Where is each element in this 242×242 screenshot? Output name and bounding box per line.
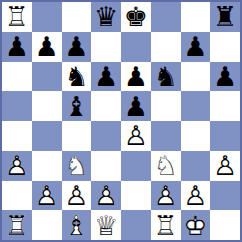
piece-black-pawn[interactable]: ♟ (181, 32, 211, 62)
white-bishop-icon: ♗ (62, 210, 92, 240)
white-knight-fill: ♞ (62, 151, 92, 181)
white-rook-fill: ♜ (151, 210, 181, 240)
square-a6[interactable] (2, 62, 32, 92)
black-rook-icon: ♜ (210, 2, 240, 32)
square-e2[interactable] (121, 181, 151, 211)
white-rook-icon: ♖ (2, 2, 32, 32)
piece-white-pawn[interactable]: ♟♙ (2, 151, 32, 181)
square-b3[interactable] (32, 151, 62, 181)
piece-white-pawn[interactable]: ♟♙ (62, 181, 92, 211)
piece-white-rook[interactable]: ♜♖ (151, 210, 181, 240)
black-pawn-icon: ♟ (91, 62, 121, 92)
square-g4[interactable] (181, 121, 211, 151)
square-d6[interactable]: ♟ (91, 62, 121, 92)
white-pawn-icon: ♙ (2, 151, 32, 181)
chess-board: ♜♖♛♚♜♟♟♟♟♞♟♟♞♟♝♟♟♙♟♙♞♘♞♘♟♙♟♙♟♙♟♙♟♙♟♙♜♖♝♗… (0, 0, 242, 242)
black-king-icon: ♚ (121, 2, 151, 32)
square-c4[interactable] (62, 121, 92, 151)
white-pawn-icon: ♙ (62, 181, 92, 211)
square-b7[interactable]: ♟ (32, 32, 62, 62)
piece-black-pawn[interactable]: ♟ (2, 32, 32, 62)
square-e4[interactable]: ♟♙ (121, 121, 151, 151)
white-rook-fill: ♜ (2, 2, 32, 32)
square-h4[interactable] (210, 121, 240, 151)
square-a2[interactable] (2, 181, 32, 211)
piece-black-pawn[interactable]: ♟ (121, 91, 151, 121)
square-b8[interactable] (32, 2, 62, 32)
black-pawn-icon: ♟ (32, 32, 62, 62)
black-pawn-icon: ♟ (121, 62, 151, 92)
square-a7[interactable]: ♟ (2, 32, 32, 62)
square-b4[interactable] (32, 121, 62, 151)
square-g5[interactable] (181, 91, 211, 121)
white-pawn-icon: ♙ (181, 181, 211, 211)
square-b6[interactable] (32, 62, 62, 92)
white-knight-icon: ♘ (62, 151, 92, 181)
square-c8[interactable] (62, 2, 92, 32)
square-e5[interactable]: ♟ (121, 91, 151, 121)
white-pawn-icon: ♙ (151, 181, 181, 211)
square-g3[interactable] (181, 151, 211, 181)
piece-black-queen[interactable]: ♛ (91, 2, 121, 32)
black-queen-icon: ♛ (91, 2, 121, 32)
white-king-icon: ♔ (181, 210, 211, 240)
square-c5[interactable]: ♝ (62, 91, 92, 121)
square-f6[interactable]: ♞ (151, 62, 181, 92)
white-pawn-fill: ♟ (32, 181, 62, 211)
white-pawn-fill: ♟ (181, 181, 211, 211)
black-pawn-icon: ♟ (2, 32, 32, 62)
white-pawn-fill: ♟ (210, 151, 240, 181)
piece-white-knight[interactable]: ♞♘ (151, 151, 181, 181)
square-d4[interactable] (91, 121, 121, 151)
square-e1[interactable] (121, 210, 151, 240)
piece-white-pawn[interactable]: ♟♙ (151, 181, 181, 211)
piece-black-knight[interactable]: ♞ (62, 62, 92, 92)
square-d7[interactable] (91, 32, 121, 62)
white-pawn-fill: ♟ (2, 151, 32, 181)
square-f3[interactable]: ♞♘ (151, 151, 181, 181)
black-pawn-icon: ♟ (121, 91, 151, 121)
piece-white-pawn[interactable]: ♟♙ (181, 181, 211, 211)
white-rook-icon: ♖ (151, 210, 181, 240)
white-pawn-icon: ♙ (210, 151, 240, 181)
square-f5[interactable] (151, 91, 181, 121)
square-c2[interactable]: ♟♙ (62, 181, 92, 211)
square-d2[interactable]: ♟♙ (91, 181, 121, 211)
white-pawn-fill: ♟ (121, 121, 151, 151)
square-g7[interactable]: ♟ (181, 32, 211, 62)
white-bishop-fill: ♝ (62, 210, 92, 240)
square-g1[interactable]: ♚♔ (181, 210, 211, 240)
square-b5[interactable] (32, 91, 62, 121)
piece-white-pawn[interactable]: ♟♙ (91, 181, 121, 211)
piece-white-pawn[interactable]: ♟♙ (121, 121, 151, 151)
black-pawn-icon: ♟ (181, 32, 211, 62)
piece-black-pawn[interactable]: ♟ (121, 62, 151, 92)
square-d8[interactable]: ♛ (91, 2, 121, 32)
square-g2[interactable]: ♟♙ (181, 181, 211, 211)
piece-white-bishop[interactable]: ♝♗ (62, 210, 92, 240)
square-h7[interactable] (210, 32, 240, 62)
black-pawn-icon: ♟ (210, 62, 240, 92)
square-g6[interactable] (181, 62, 211, 92)
white-rook-icon: ♖ (2, 210, 32, 240)
square-h5[interactable] (210, 91, 240, 121)
white-pawn-icon: ♙ (32, 181, 62, 211)
square-e3[interactable] (121, 151, 151, 181)
square-d1[interactable]: ♛♕ (91, 210, 121, 240)
square-a3[interactable]: ♟♙ (2, 151, 32, 181)
white-pawn-fill: ♟ (62, 181, 92, 211)
white-pawn-icon: ♙ (121, 121, 151, 151)
square-f8[interactable] (151, 2, 181, 32)
piece-white-knight[interactable]: ♞♘ (62, 151, 92, 181)
black-knight-icon: ♞ (62, 62, 92, 92)
white-rook-fill: ♜ (2, 210, 32, 240)
piece-white-pawn[interactable]: ♟♙ (32, 181, 62, 211)
square-c6[interactable]: ♞ (62, 62, 92, 92)
square-h8[interactable]: ♜ (210, 2, 240, 32)
piece-black-pawn[interactable]: ♟ (91, 62, 121, 92)
piece-black-pawn[interactable]: ♟ (210, 62, 240, 92)
square-h1[interactable] (210, 210, 240, 240)
square-a4[interactable] (2, 121, 32, 151)
square-f1[interactable]: ♜♖ (151, 210, 181, 240)
square-c7[interactable]: ♟ (62, 32, 92, 62)
white-pawn-fill: ♟ (91, 181, 121, 211)
square-f7[interactable] (151, 32, 181, 62)
square-h3[interactable]: ♟♙ (210, 151, 240, 181)
piece-black-king[interactable]: ♚ (121, 2, 151, 32)
piece-white-rook[interactable]: ♜♖ (2, 2, 32, 32)
square-h6[interactable]: ♟ (210, 62, 240, 92)
square-d5[interactable] (91, 91, 121, 121)
piece-black-bishop[interactable]: ♝ (62, 91, 92, 121)
square-f2[interactable]: ♟♙ (151, 181, 181, 211)
piece-white-pawn[interactable]: ♟♙ (210, 151, 240, 181)
square-a5[interactable] (2, 91, 32, 121)
piece-black-rook[interactable]: ♜ (210, 2, 240, 32)
square-a8[interactable]: ♜♖ (2, 2, 32, 32)
square-b2[interactable]: ♟♙ (32, 181, 62, 211)
square-b1[interactable] (32, 210, 62, 240)
black-knight-icon: ♞ (151, 62, 181, 92)
square-g8[interactable] (181, 2, 211, 32)
square-c3[interactable]: ♞♘ (62, 151, 92, 181)
white-knight-fill: ♞ (151, 151, 181, 181)
piece-white-rook[interactable]: ♜♖ (2, 210, 32, 240)
white-pawn-icon: ♙ (91, 181, 121, 211)
white-queen-icon: ♕ (91, 210, 121, 240)
black-bishop-icon: ♝ (62, 91, 92, 121)
white-king-fill: ♚ (181, 210, 211, 240)
square-f4[interactable] (151, 121, 181, 151)
white-knight-icon: ♘ (151, 151, 181, 181)
white-pawn-fill: ♟ (151, 181, 181, 211)
piece-black-pawn[interactable]: ♟ (62, 32, 92, 62)
square-h2[interactable] (210, 181, 240, 211)
piece-white-king[interactable]: ♚♔ (181, 210, 211, 240)
piece-black-pawn[interactable]: ♟ (32, 32, 62, 62)
square-e8[interactable]: ♚ (121, 2, 151, 32)
piece-black-knight[interactable]: ♞ (151, 62, 181, 92)
square-e6[interactable]: ♟ (121, 62, 151, 92)
square-e7[interactable] (121, 32, 151, 62)
square-a1[interactable]: ♜♖ (2, 210, 32, 240)
black-pawn-icon: ♟ (62, 32, 92, 62)
piece-white-queen[interactable]: ♛♕ (91, 210, 121, 240)
square-d3[interactable] (91, 151, 121, 181)
white-queen-fill: ♛ (91, 210, 121, 240)
square-c1[interactable]: ♝♗ (62, 210, 92, 240)
